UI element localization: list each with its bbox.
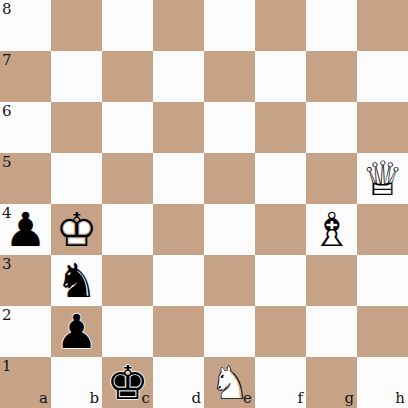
square-c7[interactable]: [102, 51, 153, 102]
square-c8[interactable]: [102, 0, 153, 51]
square-g5[interactable]: [306, 153, 357, 204]
square-a1[interactable]: [0, 357, 51, 408]
square-c4[interactable]: [102, 204, 153, 255]
square-e8[interactable]: [204, 0, 255, 51]
square-b8[interactable]: [51, 0, 102, 51]
square-b1[interactable]: [51, 357, 102, 408]
square-b4[interactable]: ♚♔: [51, 204, 102, 255]
piece-black-pawn[interactable]: ♟: [51, 306, 102, 357]
square-d5[interactable]: [153, 153, 204, 204]
piece-white-knight-backing: ♞: [204, 357, 255, 408]
square-d7[interactable]: [153, 51, 204, 102]
square-a6[interactable]: [0, 102, 51, 153]
square-b7[interactable]: [51, 51, 102, 102]
square-b6[interactable]: [51, 102, 102, 153]
square-b5[interactable]: [51, 153, 102, 204]
square-d8[interactable]: [153, 0, 204, 51]
piece-white-bishop-backing: ♝: [306, 204, 357, 255]
square-f6[interactable]: [255, 102, 306, 153]
square-h1[interactable]: [357, 357, 408, 408]
piece-black-knight[interactable]: ♞: [51, 255, 102, 306]
piece-white-queen[interactable]: ♕: [357, 153, 408, 204]
piece-white-king[interactable]: ♔: [51, 204, 102, 255]
square-c6[interactable]: [102, 102, 153, 153]
square-f2[interactable]: [255, 306, 306, 357]
piece-black-king[interactable]: ♚: [102, 357, 153, 408]
square-g4[interactable]: ♝♗: [306, 204, 357, 255]
square-b3[interactable]: ♞: [51, 255, 102, 306]
square-a7[interactable]: [0, 51, 51, 102]
square-d3[interactable]: [153, 255, 204, 306]
square-c1[interactable]: ♚: [102, 357, 153, 408]
square-h7[interactable]: [357, 51, 408, 102]
square-g8[interactable]: [306, 0, 357, 51]
square-g2[interactable]: [306, 306, 357, 357]
square-f3[interactable]: [255, 255, 306, 306]
square-e6[interactable]: [204, 102, 255, 153]
square-a3[interactable]: [0, 255, 51, 306]
square-d2[interactable]: [153, 306, 204, 357]
square-e4[interactable]: [204, 204, 255, 255]
square-h2[interactable]: [357, 306, 408, 357]
square-h6[interactable]: [357, 102, 408, 153]
square-f4[interactable]: [255, 204, 306, 255]
square-d6[interactable]: [153, 102, 204, 153]
square-f7[interactable]: [255, 51, 306, 102]
square-f5[interactable]: [255, 153, 306, 204]
square-e2[interactable]: [204, 306, 255, 357]
square-c2[interactable]: [102, 306, 153, 357]
square-e5[interactable]: [204, 153, 255, 204]
square-c5[interactable]: [102, 153, 153, 204]
square-g7[interactable]: [306, 51, 357, 102]
square-e1[interactable]: ♞♘: [204, 357, 255, 408]
square-b2[interactable]: ♟: [51, 306, 102, 357]
square-g6[interactable]: [306, 102, 357, 153]
square-e3[interactable]: [204, 255, 255, 306]
square-a4[interactable]: ♟: [0, 204, 51, 255]
square-g3[interactable]: [306, 255, 357, 306]
square-e7[interactable]: [204, 51, 255, 102]
square-h8[interactable]: [357, 0, 408, 51]
square-a8[interactable]: [0, 0, 51, 51]
piece-white-bishop[interactable]: ♗: [306, 204, 357, 255]
square-h4[interactable]: [357, 204, 408, 255]
square-a5[interactable]: [0, 153, 51, 204]
square-g1[interactable]: [306, 357, 357, 408]
square-d4[interactable]: [153, 204, 204, 255]
piece-black-pawn[interactable]: ♟: [0, 204, 51, 255]
square-d1[interactable]: [153, 357, 204, 408]
square-h3[interactable]: [357, 255, 408, 306]
square-f1[interactable]: [255, 357, 306, 408]
chess-board: ♛♕♟♚♔♝♗♞♟♚♞♘87654321abcdefgh: [0, 0, 408, 408]
piece-white-knight[interactable]: ♘: [204, 357, 255, 408]
square-c3[interactable]: [102, 255, 153, 306]
square-f8[interactable]: [255, 0, 306, 51]
piece-white-queen-backing: ♛: [357, 153, 408, 204]
piece-white-king-backing: ♚: [51, 204, 102, 255]
square-a2[interactable]: [0, 306, 51, 357]
square-h5[interactable]: ♛♕: [357, 153, 408, 204]
